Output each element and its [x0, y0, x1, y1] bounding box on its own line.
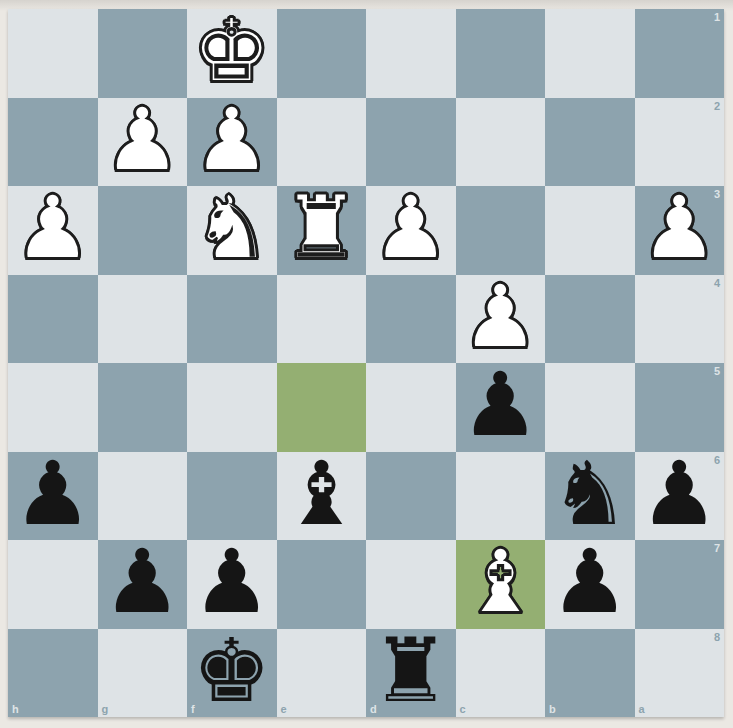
- black-pawn[interactable]: ♟: [192, 538, 271, 626]
- square-d2[interactable]: [366, 98, 456, 187]
- square-a4[interactable]: [635, 275, 725, 364]
- square-f4[interactable]: [187, 275, 277, 364]
- square-f5[interactable]: [187, 363, 277, 452]
- square-c6[interactable]: [456, 452, 546, 541]
- square-f7[interactable]: ♟: [187, 540, 277, 629]
- square-c4[interactable]: ♟: [456, 275, 546, 364]
- white-pawn[interactable]: ♟: [640, 184, 719, 272]
- square-g8[interactable]: [98, 629, 188, 718]
- square-b1[interactable]: [545, 9, 635, 98]
- black-pawn[interactable]: ♟: [13, 450, 92, 538]
- square-b4[interactable]: [545, 275, 635, 364]
- square-e6[interactable]: ♝: [277, 452, 367, 541]
- square-f6[interactable]: [187, 452, 277, 541]
- square-g6[interactable]: [98, 452, 188, 541]
- white-pawn[interactable]: ♟: [371, 184, 450, 272]
- black-king[interactable]: ♚: [192, 627, 271, 715]
- square-c7[interactable]: ♝: [456, 540, 546, 629]
- square-c1[interactable]: [456, 9, 546, 98]
- rank-label-2: 2: [714, 101, 720, 112]
- file-label-e: e: [281, 704, 287, 715]
- square-h3[interactable]: ♟: [8, 186, 98, 275]
- square-g2[interactable]: ♟: [98, 98, 188, 187]
- square-d5[interactable]: [366, 363, 456, 452]
- square-b2[interactable]: [545, 98, 635, 187]
- black-rook[interactable]: ♜: [371, 627, 450, 715]
- square-a3[interactable]: ♟: [635, 186, 725, 275]
- square-h1[interactable]: [8, 9, 98, 98]
- black-pawn[interactable]: ♟: [103, 538, 182, 626]
- square-b6[interactable]: ♞: [545, 452, 635, 541]
- rank-label-1: 1: [714, 12, 720, 23]
- file-label-f: f: [191, 704, 195, 715]
- rank-label-3: 3: [714, 189, 720, 200]
- square-f1[interactable]: ♚: [187, 9, 277, 98]
- square-h5[interactable]: [8, 363, 98, 452]
- black-pawn[interactable]: ♟: [640, 450, 719, 538]
- black-bishop[interactable]: ♝: [282, 450, 361, 538]
- square-f2[interactable]: ♟: [187, 98, 277, 187]
- white-pawn[interactable]: ♟: [192, 96, 271, 184]
- square-f3[interactable]: ♞: [187, 186, 277, 275]
- square-g7[interactable]: ♟: [98, 540, 188, 629]
- rank-label-7: 7: [714, 543, 720, 554]
- square-g4[interactable]: [98, 275, 188, 364]
- square-f8[interactable]: ♚: [187, 629, 277, 718]
- square-g1[interactable]: [98, 9, 188, 98]
- white-pawn[interactable]: ♟: [103, 96, 182, 184]
- square-e8[interactable]: [277, 629, 367, 718]
- file-label-d: d: [370, 704, 377, 715]
- square-h6[interactable]: ♟: [8, 452, 98, 541]
- rank-label-4: 4: [714, 278, 720, 289]
- rank-label-8: 8: [714, 632, 720, 643]
- black-pawn[interactable]: ♟: [461, 361, 540, 449]
- square-d4[interactable]: [366, 275, 456, 364]
- square-b8[interactable]: [545, 629, 635, 718]
- square-a1[interactable]: [635, 9, 725, 98]
- square-d3[interactable]: ♟: [366, 186, 456, 275]
- black-knight[interactable]: ♞: [550, 450, 629, 538]
- white-king[interactable]: ♚: [192, 7, 271, 95]
- rank-label-6: 6: [714, 455, 720, 466]
- square-d8[interactable]: ♜: [366, 629, 456, 718]
- square-g5[interactable]: [98, 363, 188, 452]
- square-b7[interactable]: ♟: [545, 540, 635, 629]
- white-pawn[interactable]: ♟: [13, 184, 92, 272]
- white-rook[interactable]: ♜: [282, 184, 361, 272]
- square-e5[interactable]: [277, 363, 367, 452]
- square-c5[interactable]: ♟: [456, 363, 546, 452]
- square-a8[interactable]: [635, 629, 725, 718]
- square-c8[interactable]: [456, 629, 546, 718]
- white-bishop[interactable]: ♝: [461, 538, 540, 626]
- file-label-g: g: [102, 704, 109, 715]
- square-h4[interactable]: [8, 275, 98, 364]
- square-h7[interactable]: [8, 540, 98, 629]
- square-e1[interactable]: [277, 9, 367, 98]
- square-b3[interactable]: [545, 186, 635, 275]
- chess-board[interactable]: ♚♟♟♟♞♜♟♟♟♟♟♝♞♟♟♟♝♟♚♜12345678hgfedcba: [8, 9, 724, 717]
- square-e3[interactable]: ♜: [277, 186, 367, 275]
- square-c3[interactable]: [456, 186, 546, 275]
- square-d1[interactable]: [366, 9, 456, 98]
- file-label-b: b: [549, 704, 556, 715]
- rank-label-5: 5: [714, 366, 720, 377]
- square-d6[interactable]: [366, 452, 456, 541]
- white-pawn[interactable]: ♟: [461, 273, 540, 361]
- square-h8[interactable]: [8, 629, 98, 718]
- square-b5[interactable]: [545, 363, 635, 452]
- file-label-c: c: [460, 704, 466, 715]
- square-e2[interactable]: [277, 98, 367, 187]
- square-e7[interactable]: [277, 540, 367, 629]
- square-a7[interactable]: [635, 540, 725, 629]
- square-c2[interactable]: [456, 98, 546, 187]
- square-a6[interactable]: ♟: [635, 452, 725, 541]
- square-a5[interactable]: [635, 363, 725, 452]
- square-g3[interactable]: [98, 186, 188, 275]
- black-pawn[interactable]: ♟: [550, 538, 629, 626]
- square-a2[interactable]: [635, 98, 725, 187]
- square-e4[interactable]: [277, 275, 367, 364]
- square-h2[interactable]: [8, 98, 98, 187]
- white-knight[interactable]: ♞: [192, 184, 271, 272]
- square-d7[interactable]: [366, 540, 456, 629]
- file-label-a: a: [639, 704, 645, 715]
- file-label-h: h: [12, 704, 19, 715]
